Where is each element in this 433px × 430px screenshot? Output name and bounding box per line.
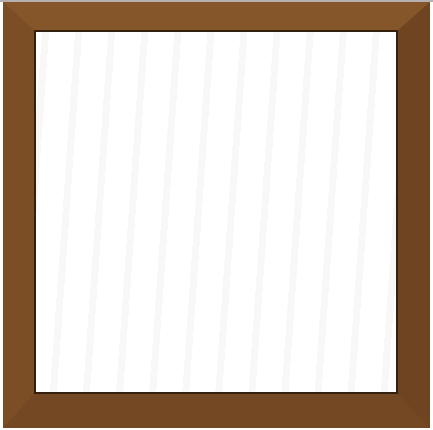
board-frame xyxy=(3,2,430,428)
board-grid xyxy=(36,32,396,392)
chessboard-widget xyxy=(0,0,433,430)
